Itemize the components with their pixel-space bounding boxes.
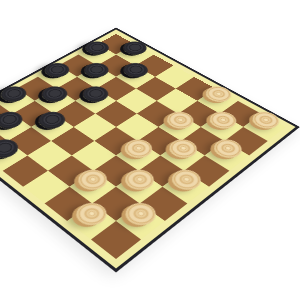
checkers-board [0,28,300,273]
board-margin [0,29,296,268]
checkers-set-photo [0,0,300,300]
board-grid [0,34,286,259]
wood-piece [166,166,207,194]
wood-piece [247,108,284,132]
square-5-2 [31,114,73,141]
